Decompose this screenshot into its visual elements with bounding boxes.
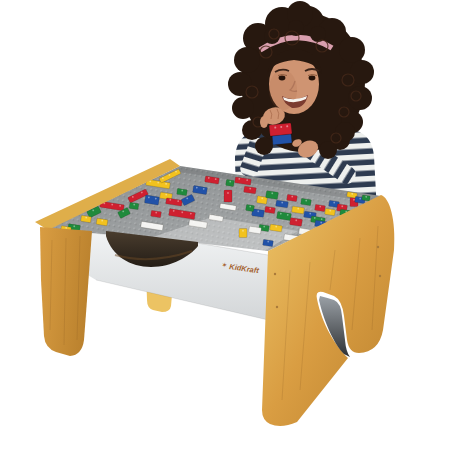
toy-brick: [246, 204, 255, 211]
toy-brick: [265, 206, 276, 213]
toy-brick: [129, 202, 139, 209]
toy-brick: [224, 190, 232, 202]
scene-canvas: ✶ KidKraft: [0, 0, 450, 450]
held-brick-stack: [269, 123, 293, 145]
product-photo: ✶ KidKraft: [0, 0, 450, 450]
toy-brick: [226, 179, 235, 186]
toy-brick: [266, 191, 279, 200]
toy-brick: [290, 218, 303, 227]
right-eye: [309, 76, 316, 81]
toy-brick: [301, 198, 312, 205]
toy-brick: [81, 215, 92, 222]
toy-brick: [239, 229, 247, 238]
toy-brick: [315, 204, 326, 211]
toy-brick: [151, 210, 162, 217]
right-thumb: [260, 116, 268, 128]
toy-brick: [263, 239, 274, 246]
toy-brick: [325, 208, 336, 215]
toy-brick: [362, 195, 371, 201]
toy-brick: [287, 194, 298, 201]
star-icon: ✶: [221, 261, 228, 269]
left-eye: [279, 76, 286, 81]
toy-brick: [177, 188, 188, 195]
held-red-brick: [269, 123, 292, 136]
